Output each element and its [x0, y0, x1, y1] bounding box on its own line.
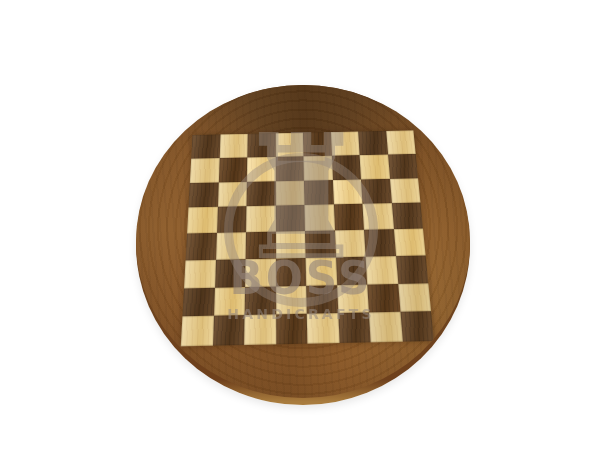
- square-a5: [187, 207, 217, 233]
- square-e1: [307, 313, 339, 343]
- square-b1: [212, 315, 244, 345]
- square-h6: [390, 178, 421, 204]
- square-b7: [218, 157, 247, 182]
- square-g5: [362, 203, 393, 229]
- square-c4: [246, 232, 276, 259]
- square-f1: [338, 313, 371, 343]
- square-g1: [369, 312, 402, 342]
- square-c2: [245, 286, 276, 315]
- square-e7: [303, 155, 332, 180]
- square-g7: [360, 154, 390, 179]
- round-chess-board: [136, 85, 470, 405]
- square-d5: [275, 205, 305, 231]
- square-e4: [305, 230, 336, 257]
- square-g6: [361, 178, 391, 204]
- square-e6: [304, 180, 334, 206]
- board-perspective-wrap: [181, 130, 434, 346]
- square-e3: [306, 257, 337, 285]
- square-c7: [247, 157, 276, 182]
- square-g3: [366, 256, 398, 284]
- square-a2: [182, 287, 214, 316]
- square-f4: [334, 230, 365, 257]
- square-d8: [275, 133, 303, 157]
- square-c6: [246, 181, 275, 207]
- product-photo: ♜ BOSS HANDICRAFTS: [0, 0, 600, 461]
- square-f7: [331, 155, 360, 180]
- square-b3: [215, 259, 246, 287]
- square-c8: [247, 133, 275, 157]
- square-a1: [181, 316, 214, 346]
- board-surface: [136, 85, 470, 398]
- square-h2: [398, 283, 431, 312]
- square-a8: [191, 134, 220, 158]
- square-d3: [276, 258, 307, 286]
- square-b6: [217, 181, 246, 207]
- square-a7: [190, 158, 219, 183]
- square-d1: [276, 314, 308, 344]
- square-e5: [304, 205, 334, 231]
- square-h3: [396, 255, 429, 283]
- square-e2: [306, 285, 338, 314]
- square-a6: [188, 182, 218, 208]
- square-d7: [275, 156, 304, 181]
- square-h4: [393, 229, 425, 256]
- chess-board-grid: [181, 130, 434, 346]
- square-a3: [184, 260, 216, 288]
- square-g4: [364, 229, 396, 256]
- square-b8: [219, 134, 247, 158]
- square-b5: [217, 206, 247, 232]
- square-f8: [331, 132, 360, 156]
- square-h7: [388, 154, 418, 179]
- square-a4: [186, 233, 217, 260]
- square-g2: [367, 283, 400, 312]
- square-b4: [216, 232, 246, 259]
- square-h5: [391, 203, 423, 229]
- square-c1: [244, 315, 276, 345]
- square-d6: [275, 180, 304, 206]
- square-f5: [333, 204, 364, 230]
- square-c5: [246, 206, 275, 232]
- square-g8: [358, 131, 387, 155]
- square-h8: [386, 130, 416, 154]
- square-f2: [337, 284, 369, 313]
- square-e8: [303, 132, 332, 156]
- square-d4: [276, 231, 306, 258]
- square-h1: [400, 311, 434, 341]
- square-f3: [336, 256, 368, 284]
- square-c3: [245, 258, 276, 286]
- square-d2: [276, 285, 307, 314]
- square-f6: [332, 179, 362, 205]
- square-b2: [213, 287, 245, 316]
